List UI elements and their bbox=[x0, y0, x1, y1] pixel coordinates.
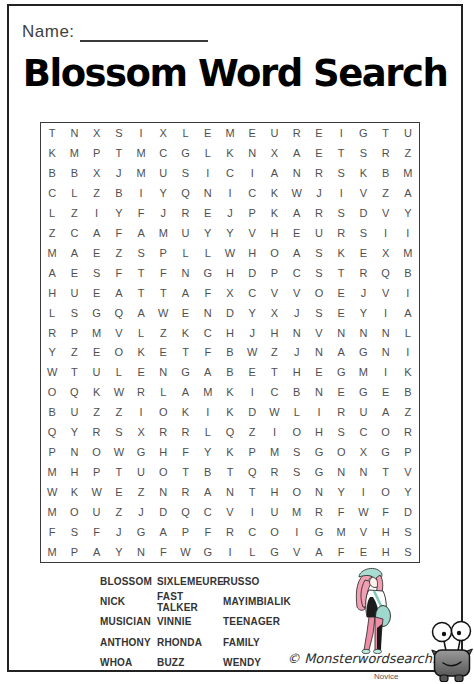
grid-cell-r16c7: R bbox=[174, 422, 196, 442]
grid-cell-r16c16: O bbox=[375, 422, 397, 442]
grid-cell-r20c3: U bbox=[85, 502, 107, 522]
grid-cell-r2c15: S bbox=[352, 143, 374, 163]
grid-cell-r10c17: A bbox=[397, 303, 419, 323]
grid-cell-r13c7: G bbox=[174, 362, 196, 382]
grid-cell-r17c5: G bbox=[130, 442, 152, 462]
grid-cell-r3c13: R bbox=[308, 163, 330, 183]
word-list-item: MAYIMBIALIK bbox=[223, 596, 353, 607]
grid-cell-r8c10: D bbox=[241, 263, 263, 283]
word-list-item: VINNIE bbox=[157, 616, 223, 627]
grid-cell-r14c10: I bbox=[241, 382, 263, 402]
grid-cell-r11c16: N bbox=[375, 323, 397, 343]
grid-cell-r18c5: U bbox=[130, 462, 152, 482]
grid-cell-r7c3: E bbox=[85, 243, 107, 263]
grid-cell-r16c12: O bbox=[286, 422, 308, 442]
grid-cell-r22c11: G bbox=[263, 542, 285, 562]
word-list-item: TEENAGER bbox=[223, 616, 353, 627]
grid-cell-r2c6: C bbox=[152, 143, 174, 163]
grid-cell-r11c9: H bbox=[219, 323, 241, 343]
grid-cell-r19c8: A bbox=[197, 482, 219, 502]
grid-cell-r2c14: T bbox=[330, 143, 352, 163]
grid-cell-r13c3: U bbox=[85, 362, 107, 382]
grid-cell-r14c2: Q bbox=[63, 382, 85, 402]
grid-cell-r21c14: M bbox=[330, 522, 352, 542]
grid-cell-r3c17: M bbox=[397, 163, 419, 183]
grid-cell-r4c15: V bbox=[352, 183, 374, 203]
grid-cell-r6c8: Y bbox=[197, 223, 219, 243]
difficulty-level-label: Novice bbox=[374, 672, 398, 681]
grid-cell-r19c12: O bbox=[286, 482, 308, 502]
grid-cell-r19c13: N bbox=[308, 482, 330, 502]
grid-cell-r16c10: Z bbox=[241, 422, 263, 442]
grid-cell-r11c6: Z bbox=[152, 323, 174, 343]
grid-cell-r14c4: W bbox=[108, 382, 130, 402]
grid-cell-r14c17: B bbox=[397, 382, 419, 402]
grid-cell-r12c16: N bbox=[375, 343, 397, 363]
grid-cell-r12c10: W bbox=[241, 343, 263, 363]
grid-cell-r5c8: E bbox=[197, 203, 219, 223]
grid-cell-r9c2: U bbox=[63, 283, 85, 303]
grid-cell-r14c11: C bbox=[263, 382, 285, 402]
grid-cell-r10c13: S bbox=[308, 303, 330, 323]
grid-cell-r8c1: A bbox=[41, 263, 63, 283]
grid-cell-r21c15: V bbox=[352, 522, 374, 542]
grid-cell-r19c11: H bbox=[263, 482, 285, 502]
grid-cell-r13c5: E bbox=[130, 362, 152, 382]
grid-cell-r17c1: P bbox=[41, 442, 63, 462]
grid-cell-r20c7: Q bbox=[174, 502, 196, 522]
grid-cell-r8c6: F bbox=[152, 263, 174, 283]
grid-cell-r1c16: T bbox=[375, 123, 397, 143]
grid-cell-r18c17: V bbox=[397, 462, 419, 482]
grid-cell-r17c16: G bbox=[375, 442, 397, 462]
grid-cell-r9c16: V bbox=[375, 283, 397, 303]
grid-cell-r9c10: C bbox=[241, 283, 263, 303]
grid-cell-r3c11: A bbox=[263, 163, 285, 183]
grid-cell-r20c5: J bbox=[130, 502, 152, 522]
grid-cell-r10c9: D bbox=[219, 303, 241, 323]
grid-cell-r12c8: F bbox=[197, 343, 219, 363]
grid-cell-r12c2: Z bbox=[63, 343, 85, 363]
grid-cell-r15c15: U bbox=[352, 402, 374, 422]
grid-cell-r12c5: K bbox=[130, 343, 152, 363]
grid-cell-r16c8: L bbox=[197, 422, 219, 442]
grid-cell-r11c7: K bbox=[174, 323, 196, 343]
grid-cell-r21c12: I bbox=[286, 522, 308, 542]
grid-cell-r20c17: D bbox=[397, 502, 419, 522]
grid-cell-r5c14: S bbox=[330, 203, 352, 223]
grid-cell-r10c6: W bbox=[152, 303, 174, 323]
grid-cell-r4c16: Z bbox=[375, 183, 397, 203]
grid-cell-r8c9: H bbox=[219, 263, 241, 283]
grid-cell-r18c15: N bbox=[352, 462, 374, 482]
grid-cell-r17c3: O bbox=[85, 442, 107, 462]
grid-cell-r3c1: B bbox=[41, 163, 63, 183]
grid-cell-r7c7: L bbox=[174, 243, 196, 263]
grid-cell-r18c12: S bbox=[286, 462, 308, 482]
grid-cell-r14c9: K bbox=[219, 382, 241, 402]
grid-cell-r2c8: L bbox=[197, 143, 219, 163]
grid-cell-r8c13: S bbox=[308, 263, 330, 283]
grid-cell-r22c17: S bbox=[397, 542, 419, 562]
grid-cell-r19c7: R bbox=[174, 482, 196, 502]
grid-cell-r5c9: J bbox=[219, 203, 241, 223]
grid-cell-r15c6: O bbox=[152, 402, 174, 422]
grid-cell-r11c15: N bbox=[352, 323, 374, 343]
grid-cell-r6c12: E bbox=[286, 223, 308, 243]
grid-cell-r5c17: Y bbox=[397, 203, 419, 223]
grid-cell-r22c3: A bbox=[85, 542, 107, 562]
grid-cell-r10c3: G bbox=[85, 303, 107, 323]
grid-cell-r4c8: N bbox=[197, 183, 219, 203]
grid-cell-r2c10: N bbox=[241, 143, 263, 163]
grid-cell-r2c13: E bbox=[308, 143, 330, 163]
grid-cell-r15c3: Z bbox=[85, 402, 107, 422]
grid-cell-r14c6: L bbox=[152, 382, 174, 402]
grid-cell-r10c10: Y bbox=[241, 303, 263, 323]
grid-cell-r19c5: Z bbox=[130, 482, 152, 502]
grid-cell-r7c13: S bbox=[308, 243, 330, 263]
word-list-item: BLOSSOM bbox=[100, 576, 157, 587]
grid-cell-r15c11: W bbox=[263, 402, 285, 422]
grid-cell-r12c12: J bbox=[286, 343, 308, 363]
grid-cell-r5c16: V bbox=[375, 203, 397, 223]
grid-cell-r9c3: E bbox=[85, 283, 107, 303]
grid-cell-r4c13: J bbox=[308, 183, 330, 203]
grid-cell-r4c14: I bbox=[330, 183, 352, 203]
word-list-item: NICK bbox=[100, 596, 157, 607]
grid-cell-r10c5: A bbox=[130, 303, 152, 323]
word-list-item: WHOA bbox=[100, 657, 157, 668]
grid-cell-r22c12: V bbox=[286, 542, 308, 562]
grid-cell-r2c16: R bbox=[375, 143, 397, 163]
grid-cell-r11c2: P bbox=[63, 323, 85, 343]
grid-cell-r9c13: O bbox=[308, 283, 330, 303]
grid-cell-r19c17: Y bbox=[397, 482, 419, 502]
grid-cell-r18c3: P bbox=[85, 462, 107, 482]
grid-cell-r2c5: M bbox=[130, 143, 152, 163]
grid-cell-r2c9: K bbox=[219, 143, 241, 163]
grid-cell-r19c15: I bbox=[352, 482, 374, 502]
grid-cell-r21c5: G bbox=[130, 522, 152, 542]
word-list-item: BUZZ bbox=[157, 657, 223, 668]
word-list-item: SIXLEMEURE bbox=[157, 576, 223, 587]
grid-cell-r7c17: M bbox=[397, 243, 419, 263]
grid-cell-r21c13: G bbox=[308, 522, 330, 542]
grid-cell-r15c2: U bbox=[63, 402, 85, 422]
grid-cell-r18c4: T bbox=[108, 462, 130, 482]
grid-cell-r4c4: B bbox=[108, 183, 130, 203]
grid-cell-r13c10: E bbox=[241, 362, 263, 382]
grid-cell-r12c7: T bbox=[174, 343, 196, 363]
grid-cell-r10c2: S bbox=[63, 303, 85, 323]
grid-cell-r21c16: H bbox=[375, 522, 397, 542]
grid-cell-r18c1: M bbox=[41, 462, 63, 482]
grid-cell-r8c11: P bbox=[263, 263, 285, 283]
grid-cell-r17c12: S bbox=[286, 442, 308, 462]
grid-cell-r13c9: B bbox=[219, 362, 241, 382]
grid-cell-r6c4: F bbox=[108, 223, 130, 243]
grid-cell-r21c11: O bbox=[263, 522, 285, 542]
monster-mascot-illustration bbox=[431, 620, 473, 683]
grid-cell-r2c17: Z bbox=[397, 143, 419, 163]
grid-cell-r13c6: N bbox=[152, 362, 174, 382]
grid-cell-r12c6: E bbox=[152, 343, 174, 363]
grid-cell-r16c11: I bbox=[263, 422, 285, 442]
grid-cell-r19c16: O bbox=[375, 482, 397, 502]
grid-cell-r9c9: X bbox=[219, 283, 241, 303]
grid-cell-r22c15: E bbox=[352, 542, 374, 562]
girl-character-illustration bbox=[347, 566, 393, 654]
grid-cell-r6c16: I bbox=[375, 223, 397, 243]
grid-cell-r15c4: Z bbox=[108, 402, 130, 422]
grid-cell-r10c16: I bbox=[375, 303, 397, 323]
grid-cell-r9c1: H bbox=[41, 283, 63, 303]
grid-cell-r3c5: M bbox=[130, 163, 152, 183]
word-list-item: FAST TALKER bbox=[157, 591, 223, 613]
grid-cell-r1c11: U bbox=[263, 123, 285, 143]
grid-cell-r22c5: N bbox=[130, 542, 152, 562]
grid-cell-r11c17: L bbox=[397, 323, 419, 343]
grid-cell-r22c16: H bbox=[375, 542, 397, 562]
grid-cell-r17c10: P bbox=[241, 442, 263, 462]
grid-cell-r15c13: I bbox=[308, 402, 330, 422]
word-search-grid: TNXSIXLEMEUREIGTUKMPTMCGLKNXAETSRZBBXJMU… bbox=[40, 122, 420, 563]
grid-cell-r18c6: O bbox=[152, 462, 174, 482]
grid-cell-r11c3: M bbox=[85, 323, 107, 343]
grid-cell-r9c12: V bbox=[286, 283, 308, 303]
grid-cell-r6c14: R bbox=[330, 223, 352, 243]
grid-cell-r2c11: X bbox=[263, 143, 285, 163]
grid-cell-r5c2: Z bbox=[63, 203, 85, 223]
grid-cell-r9c5: T bbox=[130, 283, 152, 303]
grid-cell-r11c1: R bbox=[41, 323, 63, 343]
grid-cell-r6c10: V bbox=[241, 223, 263, 243]
grid-cell-r19c10: T bbox=[241, 482, 263, 502]
grid-cell-r6c2: C bbox=[63, 223, 85, 243]
grid-cell-r9c17: I bbox=[397, 283, 419, 303]
grid-cell-r7c16: X bbox=[375, 243, 397, 263]
grid-cell-r14c13: N bbox=[308, 382, 330, 402]
grid-cell-r13c4: L bbox=[108, 362, 130, 382]
grid-cell-r12c15: G bbox=[352, 343, 374, 363]
grid-cell-r3c2: B bbox=[63, 163, 85, 183]
grid-cell-r3c3: X bbox=[85, 163, 107, 183]
grid-cell-r17c2: N bbox=[63, 442, 85, 462]
grid-cell-r8c4: F bbox=[108, 263, 130, 283]
grid-cell-r12c13: N bbox=[308, 343, 330, 363]
grid-cell-r12c1: Y bbox=[41, 343, 63, 363]
grid-cell-r1c4: S bbox=[108, 123, 130, 143]
grid-cell-r10c14: E bbox=[330, 303, 352, 323]
grid-cell-r15c5: I bbox=[130, 402, 152, 422]
grid-cell-r14c1: O bbox=[41, 382, 63, 402]
grid-cell-r5c5: F bbox=[130, 203, 152, 223]
grid-cell-r12c4: O bbox=[108, 343, 130, 363]
name-label: Name: bbox=[22, 22, 75, 42]
grid-cell-r3c8: I bbox=[197, 163, 219, 183]
grid-cell-r10c4: Q bbox=[108, 303, 130, 323]
grid-cell-r20c9: V bbox=[219, 502, 241, 522]
grid-cell-r20c15: W bbox=[352, 502, 374, 522]
grid-cell-r7c14: K bbox=[330, 243, 352, 263]
grid-cell-r13c12: H bbox=[286, 362, 308, 382]
grid-cell-r10c11: X bbox=[263, 303, 285, 323]
grid-cell-r5c7: R bbox=[174, 203, 196, 223]
grid-cell-r13c2: T bbox=[63, 362, 85, 382]
grid-cell-r2c4: T bbox=[108, 143, 130, 163]
grid-cell-r17c17: P bbox=[397, 442, 419, 462]
grid-cell-r9c6: T bbox=[152, 283, 174, 303]
grid-cell-r11c11: H bbox=[263, 323, 285, 343]
grid-cell-r14c14: E bbox=[330, 382, 352, 402]
grid-cell-r18c13: G bbox=[308, 462, 330, 482]
grid-cell-r17c15: X bbox=[352, 442, 374, 462]
grid-cell-r8c12: C bbox=[286, 263, 308, 283]
grid-cell-r10c7: E bbox=[174, 303, 196, 323]
puzzle-title: Blossom Word Search bbox=[7, 52, 463, 95]
grid-cell-r12c3: E bbox=[85, 343, 107, 363]
grid-cell-r19c2: K bbox=[63, 482, 85, 502]
grid-cell-r2c2: M bbox=[63, 143, 85, 163]
grid-cell-r8c3: S bbox=[85, 263, 107, 283]
grid-cell-r19c6: N bbox=[152, 482, 174, 502]
grid-cell-r8c5: T bbox=[130, 263, 152, 283]
grid-cell-r15c16: A bbox=[375, 402, 397, 422]
grid-cell-r14c3: K bbox=[85, 382, 107, 402]
grid-cell-r15c9: K bbox=[219, 402, 241, 422]
grid-cell-r7c1: M bbox=[41, 243, 63, 263]
grid-cell-r2c1: K bbox=[41, 143, 63, 163]
grid-cell-r3c10: I bbox=[241, 163, 263, 183]
grid-cell-r8c16: Q bbox=[375, 263, 397, 283]
grid-cell-r7c15: E bbox=[352, 243, 374, 263]
grid-cell-r16c14: S bbox=[330, 422, 352, 442]
grid-cell-r16c5: X bbox=[130, 422, 152, 442]
grid-cell-r20c13: R bbox=[308, 502, 330, 522]
grid-cell-r7c2: A bbox=[63, 243, 85, 263]
grid-cell-r18c14: N bbox=[330, 462, 352, 482]
grid-cell-r13c11: T bbox=[263, 362, 285, 382]
grid-cell-r8c2: E bbox=[63, 263, 85, 283]
grid-cell-r9c7: A bbox=[174, 283, 196, 303]
grid-cell-r6c11: H bbox=[263, 223, 285, 243]
grid-cell-r8c14: T bbox=[330, 263, 352, 283]
grid-cell-r11c5: L bbox=[130, 323, 152, 343]
grid-cell-r4c2: L bbox=[63, 183, 85, 203]
grid-cell-r21c2: S bbox=[63, 522, 85, 542]
grid-cell-r4c6: Y bbox=[152, 183, 174, 203]
grid-cell-r22c2: P bbox=[63, 542, 85, 562]
grid-cell-r20c8: C bbox=[197, 502, 219, 522]
grid-cell-r6c3: A bbox=[85, 223, 107, 243]
grid-cell-r13c1: W bbox=[41, 362, 63, 382]
grid-cell-r11c10: J bbox=[241, 323, 263, 343]
grid-cell-r6c9: Y bbox=[219, 223, 241, 243]
grid-cell-r11c14: N bbox=[330, 323, 352, 343]
grid-cell-r4c9: I bbox=[219, 183, 241, 203]
grid-cell-r17c4: W bbox=[108, 442, 130, 462]
grid-cell-r5c15: D bbox=[352, 203, 374, 223]
grid-cell-r1c14: I bbox=[330, 123, 352, 143]
grid-cell-r7c9: W bbox=[219, 243, 241, 263]
grid-cell-r5c10: P bbox=[241, 203, 263, 223]
grid-cell-r1c17: U bbox=[397, 123, 419, 143]
grid-cell-r1c13: E bbox=[308, 123, 330, 143]
grid-cell-r18c16: T bbox=[375, 462, 397, 482]
grid-cell-r22c10: L bbox=[241, 542, 263, 562]
word-list-item: FAMILY bbox=[223, 637, 353, 648]
grid-cell-r16c2: Y bbox=[63, 422, 85, 442]
name-row: Name: bbox=[22, 22, 208, 42]
grid-cell-r22c8: G bbox=[197, 542, 219, 562]
grid-cell-r4c17: A bbox=[397, 183, 419, 203]
grid-cell-r3c14: S bbox=[330, 163, 352, 183]
grid-cell-r5c12: A bbox=[286, 203, 308, 223]
grid-cell-r21c3: F bbox=[85, 522, 107, 542]
grid-cell-r6c13: U bbox=[308, 223, 330, 243]
grid-cell-r14c12: B bbox=[286, 382, 308, 402]
grid-cell-r8c7: N bbox=[174, 263, 196, 283]
grid-cell-r1c10: E bbox=[241, 123, 263, 143]
grid-cell-r22c9: I bbox=[219, 542, 241, 562]
grid-cell-r3c7: S bbox=[174, 163, 196, 183]
grid-cell-r18c10: Q bbox=[241, 462, 263, 482]
grid-cell-r20c4: Z bbox=[108, 502, 130, 522]
grid-cell-r7c5: S bbox=[130, 243, 152, 263]
grid-cell-r7c4: Z bbox=[108, 243, 130, 263]
grid-cell-r11c12: N bbox=[286, 323, 308, 343]
grid-cell-r6c6: M bbox=[152, 223, 174, 243]
grid-cell-r16c17: R bbox=[397, 422, 419, 442]
grid-cell-r15c17: Z bbox=[397, 402, 419, 422]
grid-cell-r15c10: D bbox=[241, 402, 263, 422]
grid-cell-r9c14: E bbox=[330, 283, 352, 303]
grid-cell-r17c8: Y bbox=[197, 442, 219, 462]
grid-cell-r22c4: Y bbox=[108, 542, 130, 562]
grid-cell-r3c9: C bbox=[219, 163, 241, 183]
grid-cell-r19c4: E bbox=[108, 482, 130, 502]
grid-cell-r7c11: O bbox=[263, 243, 285, 263]
grid-cell-r19c9: N bbox=[219, 482, 241, 502]
grid-cell-r17c14: O bbox=[330, 442, 352, 462]
grid-cell-r14c15: G bbox=[352, 382, 374, 402]
grid-cell-r18c2: H bbox=[63, 462, 85, 482]
word-list-item: RHONDA bbox=[157, 637, 223, 648]
grid-cell-r18c7: T bbox=[174, 462, 196, 482]
grid-cell-r20c6: D bbox=[152, 502, 174, 522]
grid-cell-r10c8: N bbox=[197, 303, 219, 323]
grid-cell-r6c15: S bbox=[352, 223, 374, 243]
grid-cell-r14c8: M bbox=[197, 382, 219, 402]
grid-cell-r7c12: A bbox=[286, 243, 308, 263]
grid-cell-r4c10: C bbox=[241, 183, 263, 203]
grid-cell-r1c15: G bbox=[352, 123, 374, 143]
grid-cell-r1c9: M bbox=[219, 123, 241, 143]
grid-cell-r14c5: R bbox=[130, 382, 152, 402]
grid-cell-r22c14: F bbox=[330, 542, 352, 562]
grid-cell-r15c1: B bbox=[41, 402, 63, 422]
grid-cell-r22c7: W bbox=[174, 542, 196, 562]
grid-cell-r13c14: G bbox=[330, 362, 352, 382]
grid-cell-r1c12: R bbox=[286, 123, 308, 143]
grid-cell-r14c7: A bbox=[174, 382, 196, 402]
grid-cell-r20c10: I bbox=[241, 502, 263, 522]
grid-cell-r6c5: A bbox=[130, 223, 152, 243]
grid-cell-r15c7: K bbox=[174, 402, 196, 422]
grid-cell-r15c12: L bbox=[286, 402, 308, 422]
grid-cell-r21c10: C bbox=[241, 522, 263, 542]
